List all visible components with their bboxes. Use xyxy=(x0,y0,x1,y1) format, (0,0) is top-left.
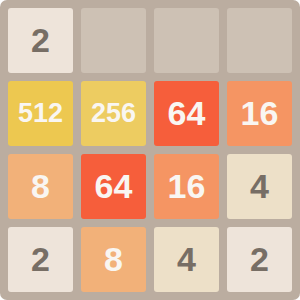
tile-4-r4c3: 4 xyxy=(154,227,219,292)
tile-16-r3c3: 16 xyxy=(154,154,219,219)
tile-8-r3c1: 8 xyxy=(8,154,73,219)
tile-2-r4c1: 2 xyxy=(8,227,73,292)
tile-64-r3c2: 64 xyxy=(81,154,146,219)
empty-cell-r1c3 xyxy=(154,8,219,73)
tile-8-r4c2: 8 xyxy=(81,227,146,292)
tile-4-r3c4: 4 xyxy=(227,154,292,219)
tile-256-r2c2: 256 xyxy=(81,81,146,146)
tile-2-r1c1: 2 xyxy=(8,8,73,73)
tile-2-r4c4: 2 xyxy=(227,227,292,292)
tile-64-r2c3: 64 xyxy=(154,81,219,146)
2048-board[interactable]: 251225664168641642842 xyxy=(0,0,300,300)
empty-cell-r1c2 xyxy=(81,8,146,73)
tile-16-r2c4: 16 xyxy=(227,81,292,146)
empty-cell-r1c4 xyxy=(227,8,292,73)
tile-512-r2c1: 512 xyxy=(8,81,73,146)
